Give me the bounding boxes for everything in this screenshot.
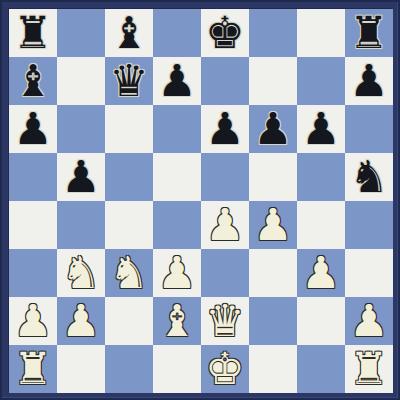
square-g5[interactable] xyxy=(297,153,345,201)
piece-white-queen[interactable]: ♛ xyxy=(205,297,244,345)
square-c5[interactable] xyxy=(105,153,153,201)
piece-white-pawn[interactable]: ♟ xyxy=(13,297,52,345)
square-b1[interactable] xyxy=(57,345,105,393)
square-h7[interactable]: ♟ xyxy=(345,57,393,105)
square-a2[interactable]: ♟ xyxy=(9,297,57,345)
square-c7[interactable]: ♛ xyxy=(105,57,153,105)
square-f3[interactable] xyxy=(249,249,297,297)
square-f2[interactable] xyxy=(249,297,297,345)
piece-black-pawn[interactable]: ♟ xyxy=(301,105,340,153)
square-b7[interactable] xyxy=(57,57,105,105)
square-e4[interactable]: ♟ xyxy=(201,201,249,249)
piece-white-bishop[interactable]: ♝ xyxy=(157,297,196,345)
piece-white-rook[interactable]: ♜ xyxy=(13,345,52,393)
square-c4[interactable] xyxy=(105,201,153,249)
piece-black-pawn[interactable]: ♟ xyxy=(13,105,52,153)
square-a6[interactable]: ♟ xyxy=(9,105,57,153)
square-d6[interactable] xyxy=(153,105,201,153)
square-h8[interactable]: ♜ xyxy=(345,9,393,57)
square-c1[interactable] xyxy=(105,345,153,393)
square-d2[interactable]: ♝ xyxy=(153,297,201,345)
piece-black-pawn[interactable]: ♟ xyxy=(61,153,100,201)
square-d5[interactable] xyxy=(153,153,201,201)
piece-black-rook[interactable]: ♜ xyxy=(13,9,52,57)
square-e1[interactable]: ♚ xyxy=(201,345,249,393)
square-d1[interactable] xyxy=(153,345,201,393)
square-d8[interactable] xyxy=(153,9,201,57)
piece-white-king[interactable]: ♚ xyxy=(205,345,244,393)
square-a4[interactable] xyxy=(9,201,57,249)
square-f4[interactable]: ♟ xyxy=(249,201,297,249)
piece-white-rook[interactable]: ♜ xyxy=(349,345,388,393)
piece-black-pawn[interactable]: ♟ xyxy=(253,105,292,153)
square-d7[interactable]: ♟ xyxy=(153,57,201,105)
piece-black-pawn[interactable]: ♟ xyxy=(349,57,388,105)
square-f6[interactable]: ♟ xyxy=(249,105,297,153)
square-h4[interactable] xyxy=(345,201,393,249)
square-b5[interactable]: ♟ xyxy=(57,153,105,201)
piece-black-rook[interactable]: ♜ xyxy=(349,9,388,57)
piece-white-pawn[interactable]: ♟ xyxy=(157,249,196,297)
square-h3[interactable] xyxy=(345,249,393,297)
square-h5[interactable]: ♞ xyxy=(345,153,393,201)
piece-white-knight[interactable]: ♞ xyxy=(61,249,100,297)
piece-black-pawn[interactable]: ♟ xyxy=(157,57,196,105)
square-a7[interactable]: ♝ xyxy=(9,57,57,105)
square-g8[interactable] xyxy=(297,9,345,57)
square-e8[interactable]: ♚ xyxy=(201,9,249,57)
square-f8[interactable] xyxy=(249,9,297,57)
square-a5[interactable] xyxy=(9,153,57,201)
chess-board: ♜♝♚♜♝♛♟♟♟♟♟♟♟♞♟♟♞♞♟♟♟♟♝♛♟♜♚♜ xyxy=(8,8,392,392)
square-f5[interactable] xyxy=(249,153,297,201)
piece-black-bishop[interactable]: ♝ xyxy=(13,57,52,105)
square-g7[interactable] xyxy=(297,57,345,105)
square-f7[interactable] xyxy=(249,57,297,105)
square-b6[interactable] xyxy=(57,105,105,153)
piece-black-bishop[interactable]: ♝ xyxy=(109,9,148,57)
square-g2[interactable] xyxy=(297,297,345,345)
square-e6[interactable]: ♟ xyxy=(201,105,249,153)
square-f1[interactable] xyxy=(249,345,297,393)
piece-white-pawn[interactable]: ♟ xyxy=(301,249,340,297)
square-a1[interactable]: ♜ xyxy=(9,345,57,393)
square-g6[interactable]: ♟ xyxy=(297,105,345,153)
square-h1[interactable]: ♜ xyxy=(345,345,393,393)
board-frame: ♜♝♚♜♝♛♟♟♟♟♟♟♟♞♟♟♞♞♟♟♟♟♝♛♟♜♚♜ xyxy=(0,0,400,400)
square-a8[interactable]: ♜ xyxy=(9,9,57,57)
piece-white-pawn[interactable]: ♟ xyxy=(253,201,292,249)
square-g1[interactable] xyxy=(297,345,345,393)
piece-white-pawn[interactable]: ♟ xyxy=(61,297,100,345)
piece-black-king[interactable]: ♚ xyxy=(205,9,244,57)
square-d3[interactable]: ♟ xyxy=(153,249,201,297)
square-c8[interactable]: ♝ xyxy=(105,9,153,57)
square-b8[interactable] xyxy=(57,9,105,57)
square-b4[interactable] xyxy=(57,201,105,249)
square-c6[interactable] xyxy=(105,105,153,153)
square-b2[interactable]: ♟ xyxy=(57,297,105,345)
square-h2[interactable]: ♟ xyxy=(345,297,393,345)
piece-black-pawn[interactable]: ♟ xyxy=(205,105,244,153)
square-b3[interactable]: ♞ xyxy=(57,249,105,297)
square-d4[interactable] xyxy=(153,201,201,249)
piece-white-pawn[interactable]: ♟ xyxy=(349,297,388,345)
square-e2[interactable]: ♛ xyxy=(201,297,249,345)
square-h6[interactable] xyxy=(345,105,393,153)
square-a3[interactable] xyxy=(9,249,57,297)
square-e7[interactable] xyxy=(201,57,249,105)
square-e3[interactable] xyxy=(201,249,249,297)
piece-black-queen[interactable]: ♛ xyxy=(109,57,148,105)
square-g3[interactable]: ♟ xyxy=(297,249,345,297)
piece-black-knight[interactable]: ♞ xyxy=(349,153,388,201)
square-g4[interactable] xyxy=(297,201,345,249)
square-c2[interactable] xyxy=(105,297,153,345)
square-e5[interactable] xyxy=(201,153,249,201)
square-c3[interactable]: ♞ xyxy=(105,249,153,297)
piece-white-knight[interactable]: ♞ xyxy=(109,249,148,297)
piece-white-pawn[interactable]: ♟ xyxy=(205,201,244,249)
